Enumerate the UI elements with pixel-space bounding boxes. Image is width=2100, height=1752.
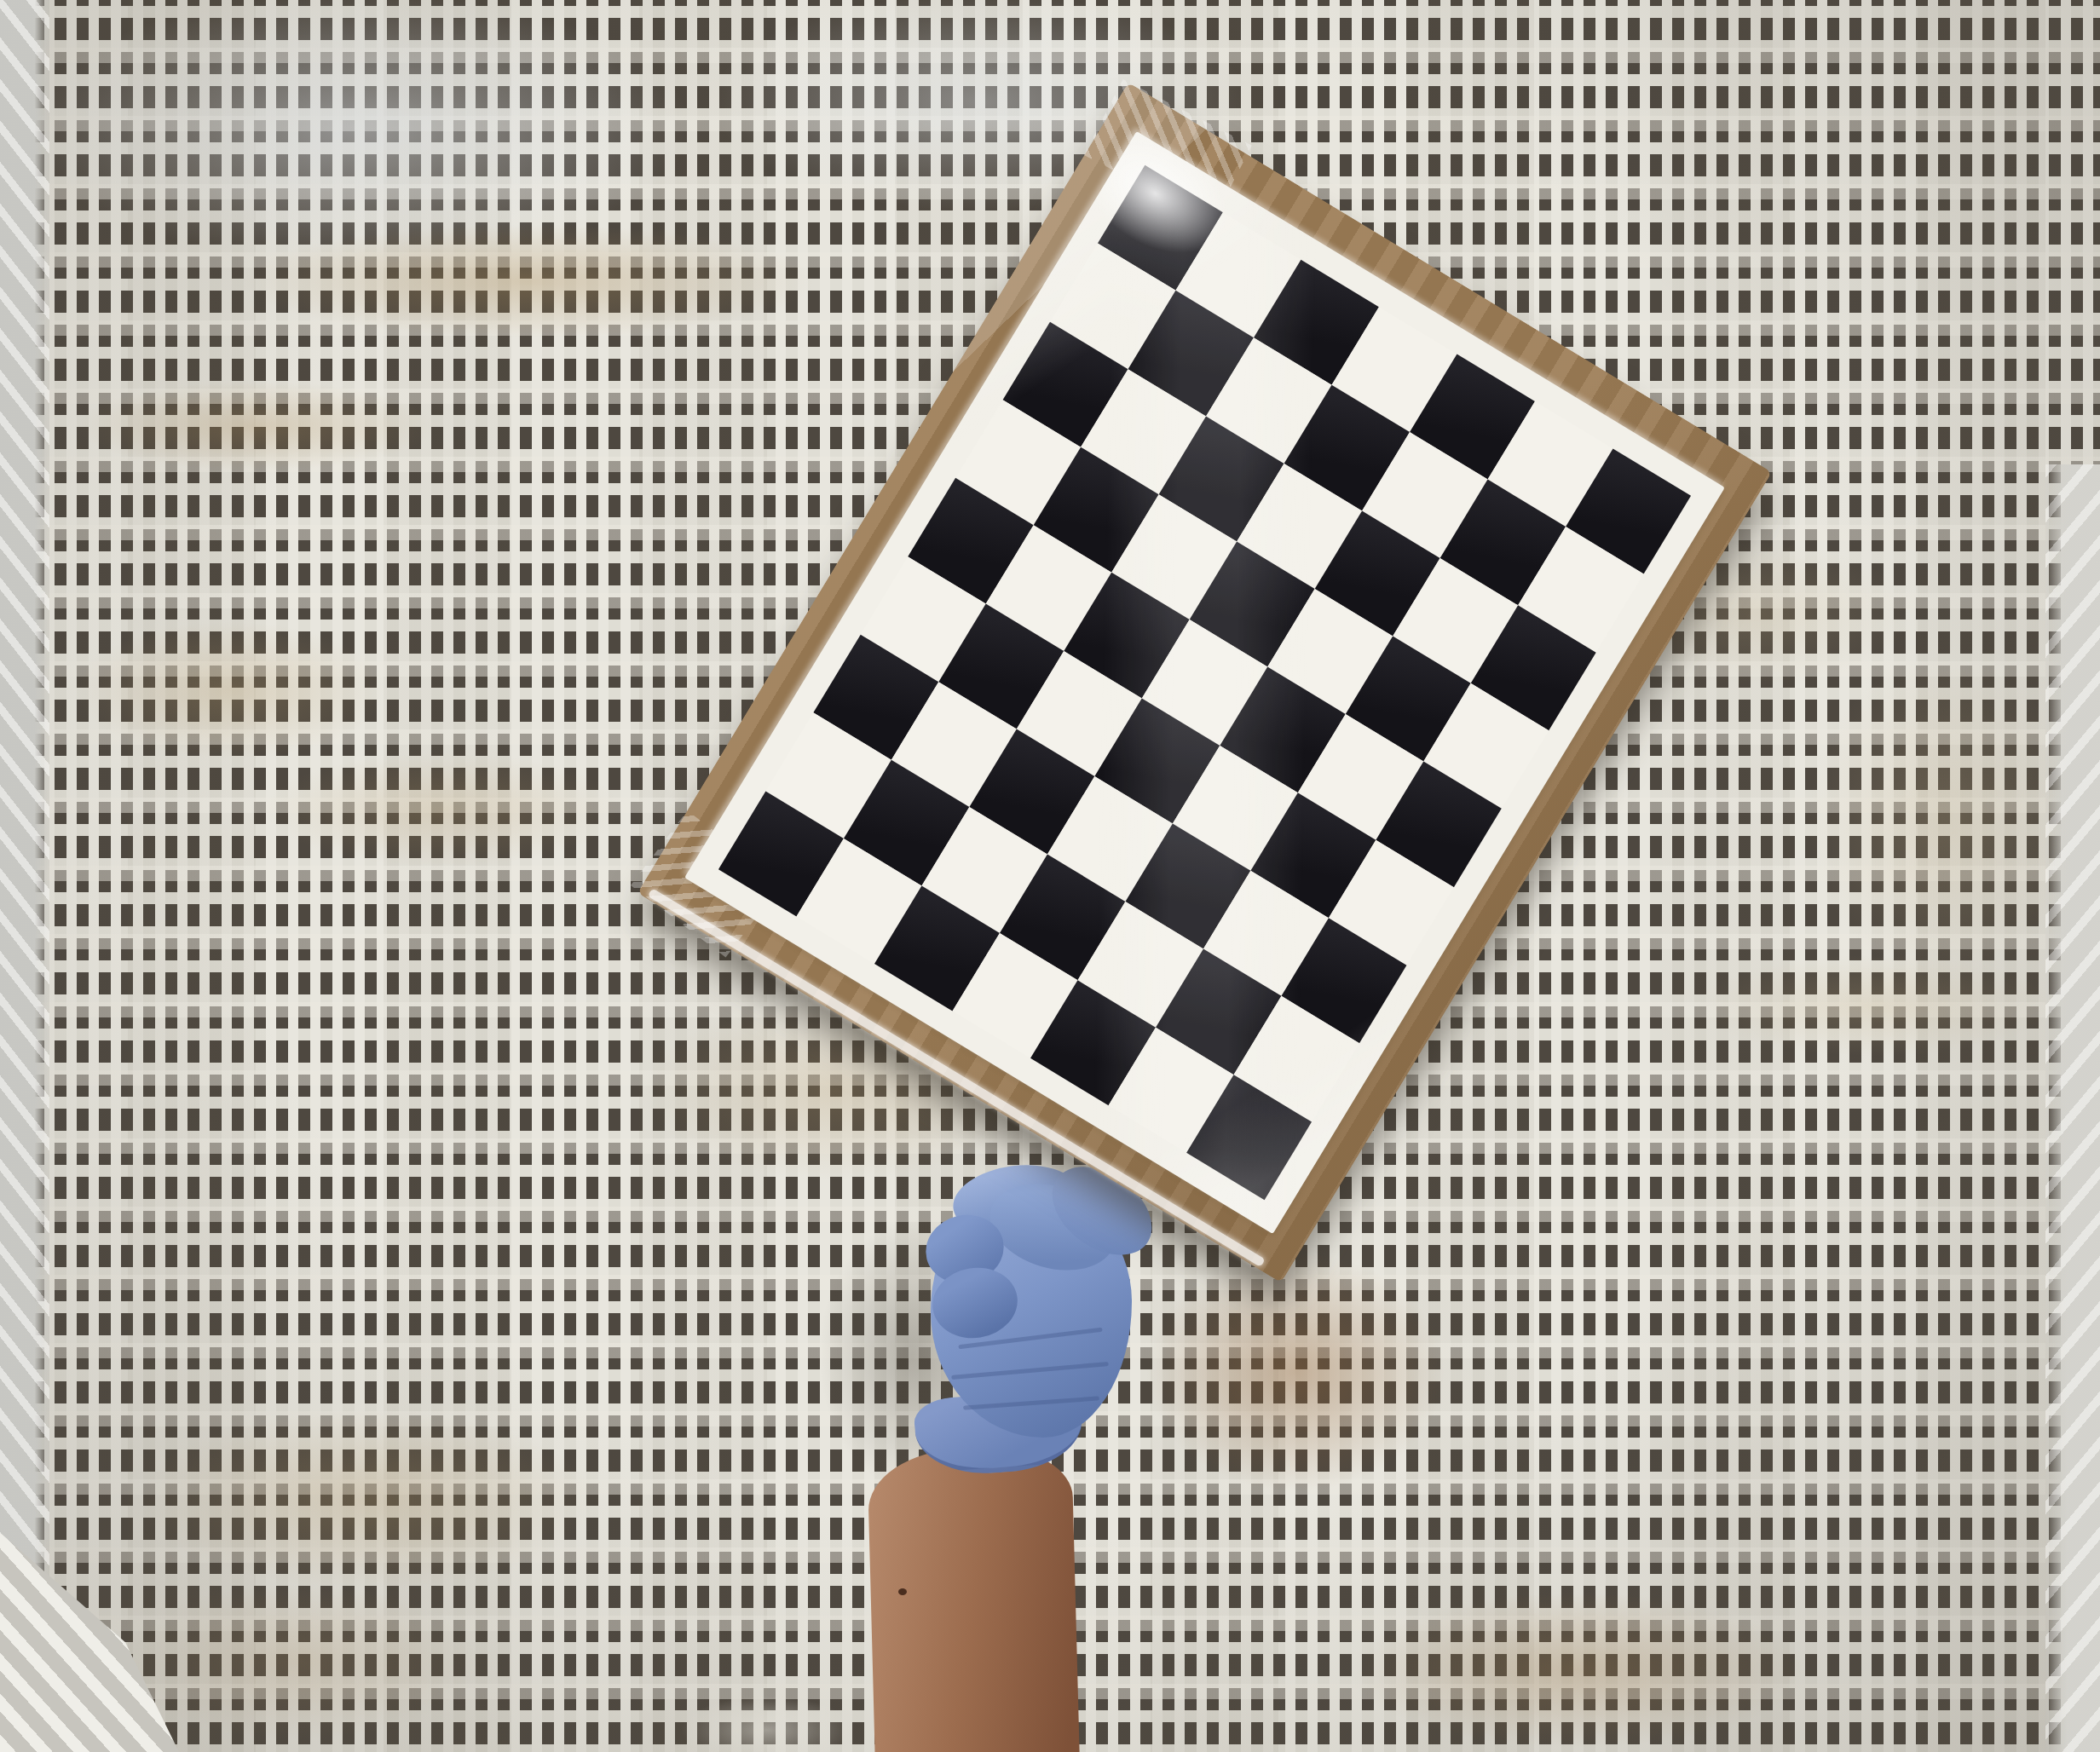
- photo-scene: [0, 0, 2100, 1752]
- bare-forearm: [867, 1446, 1079, 1752]
- skin-mole: [898, 1588, 907, 1595]
